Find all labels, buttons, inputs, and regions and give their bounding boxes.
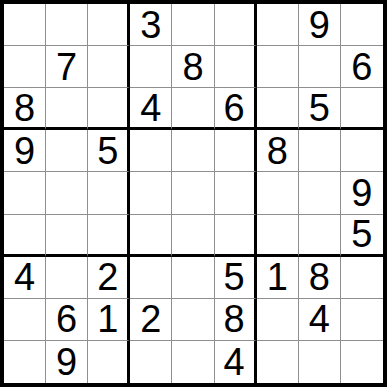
given-cell-r3c6: 6: [215, 88, 257, 130]
empty-cell-r9c5[interactable]: [172, 341, 214, 383]
empty-cell-r6c6[interactable]: [215, 215, 257, 257]
empty-cell-r9c3[interactable]: [88, 341, 130, 383]
given-cell-r3c8: 5: [299, 88, 341, 130]
empty-cell-r5c8[interactable]: [299, 172, 341, 214]
empty-cell-r9c8[interactable]: [299, 341, 341, 383]
empty-cell-r6c7[interactable]: [257, 215, 299, 257]
empty-cell-r5c4[interactable]: [130, 172, 172, 214]
empty-cell-r1c5[interactable]: [172, 4, 214, 46]
empty-cell-r3c2[interactable]: [46, 88, 88, 130]
empty-cell-r4c9[interactable]: [341, 130, 383, 172]
given-cell-r7c7: 1: [257, 257, 299, 299]
given-cell-r6c9: 5: [341, 215, 383, 257]
given-cell-r3c4: 4: [130, 88, 172, 130]
empty-cell-r8c9[interactable]: [341, 299, 383, 341]
empty-cell-r4c6[interactable]: [215, 130, 257, 172]
empty-cell-r1c7[interactable]: [257, 4, 299, 46]
empty-cell-r4c8[interactable]: [299, 130, 341, 172]
given-cell-r7c1: 4: [4, 257, 46, 299]
empty-cell-r2c7[interactable]: [257, 46, 299, 88]
empty-cell-r7c4[interactable]: [130, 257, 172, 299]
given-cell-r7c6: 5: [215, 257, 257, 299]
empty-cell-r4c5[interactable]: [172, 130, 214, 172]
sudoku-board: 39786846595895425186128494: [0, 0, 387, 387]
empty-cell-r2c8[interactable]: [299, 46, 341, 88]
empty-cell-r1c1[interactable]: [4, 4, 46, 46]
empty-cell-r9c1[interactable]: [4, 341, 46, 383]
given-cell-r2c9: 6: [341, 46, 383, 88]
empty-cell-r3c5[interactable]: [172, 88, 214, 130]
empty-cell-r9c9[interactable]: [341, 341, 383, 383]
given-cell-r4c1: 9: [4, 130, 46, 172]
given-cell-r9c2: 9: [46, 341, 88, 383]
given-cell-r8c4: 2: [130, 299, 172, 341]
empty-cell-r7c9[interactable]: [341, 257, 383, 299]
empty-cell-r1c6[interactable]: [215, 4, 257, 46]
empty-cell-r1c3[interactable]: [88, 4, 130, 46]
empty-cell-r5c6[interactable]: [215, 172, 257, 214]
given-cell-r8c8: 4: [299, 299, 341, 341]
empty-cell-r2c6[interactable]: [215, 46, 257, 88]
given-cell-r1c4: 3: [130, 4, 172, 46]
empty-cell-r6c1[interactable]: [4, 215, 46, 257]
empty-cell-r7c2[interactable]: [46, 257, 88, 299]
empty-cell-r2c1[interactable]: [4, 46, 46, 88]
given-cell-r7c8: 8: [299, 257, 341, 299]
empty-cell-r3c7[interactable]: [257, 88, 299, 130]
empty-cell-r7c5[interactable]: [172, 257, 214, 299]
empty-cell-r8c5[interactable]: [172, 299, 214, 341]
given-cell-r8c3: 1: [88, 299, 130, 341]
empty-cell-r5c3[interactable]: [88, 172, 130, 214]
empty-cell-r8c1[interactable]: [4, 299, 46, 341]
empty-cell-r6c4[interactable]: [130, 215, 172, 257]
given-cell-r5c9: 9: [341, 172, 383, 214]
empty-cell-r2c4[interactable]: [130, 46, 172, 88]
empty-cell-r6c8[interactable]: [299, 215, 341, 257]
given-cell-r3c1: 8: [4, 88, 46, 130]
empty-cell-r8c7[interactable]: [257, 299, 299, 341]
empty-cell-r3c9[interactable]: [341, 88, 383, 130]
empty-cell-r5c2[interactable]: [46, 172, 88, 214]
empty-cell-r9c7[interactable]: [257, 341, 299, 383]
given-cell-r1c8: 9: [299, 4, 341, 46]
empty-cell-r6c5[interactable]: [172, 215, 214, 257]
empty-cell-r3c3[interactable]: [88, 88, 130, 130]
empty-cell-r4c4[interactable]: [130, 130, 172, 172]
empty-cell-r9c4[interactable]: [130, 341, 172, 383]
given-cell-r4c3: 5: [88, 130, 130, 172]
empty-cell-r1c2[interactable]: [46, 4, 88, 46]
empty-cell-r5c7[interactable]: [257, 172, 299, 214]
given-cell-r9c6: 4: [215, 341, 257, 383]
given-cell-r2c5: 8: [172, 46, 214, 88]
given-cell-r7c3: 2: [88, 257, 130, 299]
empty-cell-r6c3[interactable]: [88, 215, 130, 257]
empty-cell-r6c2[interactable]: [46, 215, 88, 257]
empty-cell-r5c5[interactable]: [172, 172, 214, 214]
given-cell-r8c2: 6: [46, 299, 88, 341]
given-cell-r2c2: 7: [46, 46, 88, 88]
empty-cell-r4c2[interactable]: [46, 130, 88, 172]
given-cell-r8c6: 8: [215, 299, 257, 341]
given-cell-r4c7: 8: [257, 130, 299, 172]
empty-cell-r1c9[interactable]: [341, 4, 383, 46]
empty-cell-r5c1[interactable]: [4, 172, 46, 214]
empty-cell-r2c3[interactable]: [88, 46, 130, 88]
